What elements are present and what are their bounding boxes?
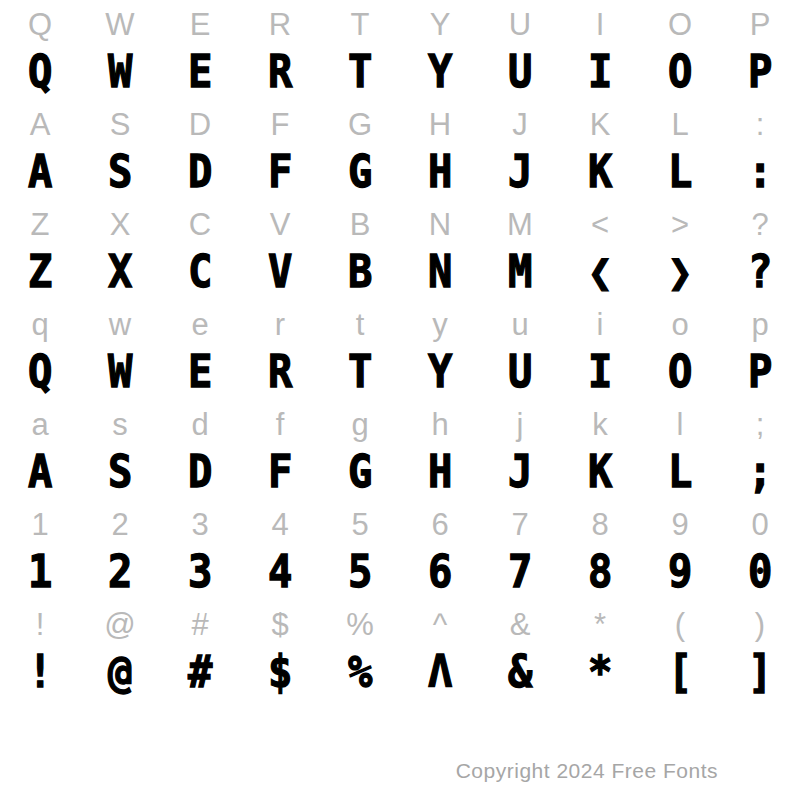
display-char: # (160, 646, 240, 700)
display-glyph: E (188, 46, 212, 98)
reference-char: W (80, 0, 160, 50)
display-glyph: * (588, 646, 612, 698)
reference-char: S (80, 100, 160, 150)
reference-char: 3 (160, 500, 240, 550)
display-glyph: 9 (668, 546, 692, 598)
reference-char: Y (400, 0, 480, 50)
display-glyph: P (748, 46, 772, 98)
display-glyph: A (28, 146, 52, 198)
reference-char: 8 (560, 500, 640, 550)
display-char: N (400, 246, 480, 300)
display-glyph: H (428, 446, 452, 498)
display-char: D (160, 446, 240, 500)
reference-row: asdfghjkl; (0, 400, 800, 446)
display-glyph: G (348, 446, 372, 498)
reference-char: H (400, 100, 480, 150)
display-glyph: 0 (748, 546, 772, 598)
display-char: ❯ (640, 246, 720, 300)
display-glyph: 7 (508, 546, 532, 598)
display-char: J (480, 146, 560, 200)
reference-char: 0 (720, 500, 800, 550)
reference-char: 2 (80, 500, 160, 550)
display-glyph: J (508, 146, 532, 198)
display-char: Z (0, 246, 80, 300)
display-row: ASDFGHJKL: (0, 146, 800, 200)
reference-char: < (560, 200, 640, 250)
display-glyph: K (588, 146, 612, 198)
reference-row: QWERTYUIOP (0, 0, 800, 46)
reference-char: D (160, 100, 240, 150)
reference-char: ! (0, 600, 80, 650)
copyright-text: Copyright 2024 Free Fonts (456, 759, 718, 783)
reference-char: d (160, 400, 240, 450)
display-char: R (240, 346, 320, 400)
display-char: V (240, 246, 320, 300)
display-char: G (320, 446, 400, 500)
reference-char: $ (240, 600, 320, 650)
reference-char: p (720, 300, 800, 350)
reference-char: 4 (240, 500, 320, 550)
display-char: R (240, 46, 320, 100)
reference-char: ) (720, 600, 800, 650)
reference-char: ( (640, 600, 720, 650)
row-pair: qwertyuiopQWERTYUIOP (0, 300, 800, 400)
display-glyph: B (348, 246, 372, 298)
reference-char: R (240, 0, 320, 50)
display-char: L (640, 446, 720, 500)
reference-row: ZXCVBNM<>? (0, 200, 800, 246)
reference-char: O (640, 0, 720, 50)
reference-char: * (560, 600, 640, 650)
character-grid: QWERTYUIOPQWERTYUIOPASDFGHJKL:ASDFGHJKL:… (0, 0, 800, 700)
display-glyph: ! (28, 646, 52, 698)
reference-row: qwertyuiop (0, 300, 800, 346)
display-char: D (160, 146, 240, 200)
reference-char: N (400, 200, 480, 250)
display-char: 9 (640, 546, 720, 600)
display-char: Y (400, 346, 480, 400)
reference-char: r (240, 300, 320, 350)
display-row: ASDFGHJKL; (0, 446, 800, 500)
reference-char: y (400, 300, 480, 350)
reference-char: B (320, 200, 400, 250)
display-glyph: 6 (428, 546, 452, 598)
display-char: J (480, 446, 560, 500)
display-char: C (160, 246, 240, 300)
display-char: W (80, 346, 160, 400)
reference-char: # (160, 600, 240, 650)
reference-char: M (480, 200, 560, 250)
display-glyph: T (348, 46, 372, 98)
reference-char: P (720, 0, 800, 50)
display-glyph: D (188, 146, 212, 198)
reference-char: e (160, 300, 240, 350)
display-char: ] (720, 646, 800, 700)
display-char: ! (0, 646, 80, 700)
display-char: H (400, 146, 480, 200)
display-char: W (80, 46, 160, 100)
display-glyph: [ (668, 646, 692, 698)
reference-char: q (0, 300, 80, 350)
display-char: E (160, 346, 240, 400)
display-char: F (240, 446, 320, 500)
display-char: Λ (400, 646, 480, 700)
display-char: U (480, 346, 560, 400)
display-glyph: G (348, 146, 372, 198)
display-glyph: ; (748, 446, 772, 498)
display-char: % (320, 646, 400, 700)
display-char: : (720, 146, 800, 200)
display-char: @ (80, 646, 160, 700)
display-glyph: H (428, 146, 452, 198)
display-char: S (80, 446, 160, 500)
display-char: A (0, 146, 80, 200)
reference-char: T (320, 0, 400, 50)
display-glyph: : (748, 146, 772, 198)
display-char: 2 (80, 546, 160, 600)
reference-char: j (480, 400, 560, 450)
display-row: ZXCVBNM❮❯? (0, 246, 800, 300)
display-glyph: Z (28, 246, 52, 298)
reference-char: 5 (320, 500, 400, 550)
display-glyph: 4 (268, 546, 292, 598)
reference-char: @ (80, 600, 160, 650)
display-char: X (80, 246, 160, 300)
display-glyph: W (108, 46, 132, 98)
display-char: ❮ (560, 246, 640, 300)
row-pair: ZXCVBNM<>?ZXCVBNM❮❯? (0, 200, 800, 300)
display-row: QWERTYUIOP (0, 346, 800, 400)
reference-char: K (560, 100, 640, 150)
display-glyph: Y (428, 46, 452, 98)
reference-char: ? (720, 200, 800, 250)
display-char: T (320, 346, 400, 400)
reference-char: V (240, 200, 320, 250)
display-char: T (320, 46, 400, 100)
display-glyph: R (268, 46, 292, 98)
reference-char: 7 (480, 500, 560, 550)
display-char: S (80, 146, 160, 200)
reference-char: 9 (640, 500, 720, 550)
display-char: B (320, 246, 400, 300)
display-char: $ (240, 646, 320, 700)
display-glyph: E (188, 346, 212, 398)
display-char: I (560, 346, 640, 400)
reference-row: 1234567890 (0, 500, 800, 546)
row-pair: QWERTYUIOPQWERTYUIOP (0, 0, 800, 100)
display-char: ; (720, 446, 800, 500)
display-glyph: 8 (588, 546, 612, 598)
display-glyph: U (508, 346, 532, 398)
display-char: P (720, 346, 800, 400)
display-char: F (240, 146, 320, 200)
display-row: QWERTYUIOP (0, 46, 800, 100)
display-glyph: @ (108, 646, 132, 698)
display-glyph: 3 (188, 546, 212, 598)
display-char: & (480, 646, 560, 700)
reference-char: f (240, 400, 320, 450)
display-glyph: % (348, 646, 372, 698)
reference-char: ; (720, 400, 800, 450)
row-pair: 12345678901234567890 (0, 500, 800, 600)
display-glyph: P (748, 346, 772, 398)
display-char: H (400, 446, 480, 500)
display-char: L (640, 146, 720, 200)
display-glyph: I (588, 46, 612, 98)
display-char: O (640, 46, 720, 100)
reference-char: w (80, 300, 160, 350)
reference-char: X (80, 200, 160, 250)
reference-char: F (240, 100, 320, 150)
display-char: I (560, 46, 640, 100)
row-pair: !@#$%^&*()!@#$%Λ&*[] (0, 600, 800, 700)
reference-char: C (160, 200, 240, 250)
display-char: P (720, 46, 800, 100)
reference-char: a (0, 400, 80, 450)
display-glyph: ❯ (668, 246, 692, 298)
reference-char: L (640, 100, 720, 150)
display-glyph: $ (268, 646, 292, 698)
reference-char: u (480, 300, 560, 350)
display-glyph: T (348, 346, 372, 398)
display-glyph: L (668, 446, 692, 498)
display-glyph: S (108, 446, 132, 498)
display-glyph: A (28, 446, 52, 498)
reference-char: I (560, 0, 640, 50)
reference-char: i (560, 300, 640, 350)
display-glyph: 5 (348, 546, 372, 598)
display-glyph: J (508, 446, 532, 498)
display-glyph: # (188, 646, 212, 698)
reference-char: s (80, 400, 160, 450)
display-char: K (560, 146, 640, 200)
display-char: 6 (400, 546, 480, 600)
display-char: ? (720, 246, 800, 300)
display-glyph: & (508, 646, 532, 698)
display-char: M (480, 246, 560, 300)
display-char: U (480, 46, 560, 100)
display-glyph: 1 (28, 546, 52, 598)
display-char: E (160, 46, 240, 100)
display-glyph: F (268, 146, 292, 198)
display-glyph: Λ (428, 646, 452, 698)
display-glyph: Y (428, 346, 452, 398)
display-char: [ (640, 646, 720, 700)
display-row: !@#$%Λ&*[] (0, 646, 800, 700)
display-glyph: C (188, 246, 212, 298)
display-glyph: F (268, 446, 292, 498)
display-glyph: ? (748, 246, 772, 298)
display-glyph: K (588, 446, 612, 498)
display-glyph: U (508, 46, 532, 98)
reference-char: k (560, 400, 640, 450)
display-char: * (560, 646, 640, 700)
reference-row: !@#$%^&*() (0, 600, 800, 646)
display-char: 0 (720, 546, 800, 600)
display-glyph: S (108, 146, 132, 198)
row-pair: ASDFGHJKL:ASDFGHJKL: (0, 100, 800, 200)
reference-char: o (640, 300, 720, 350)
display-glyph: D (188, 446, 212, 498)
reference-char: 1 (0, 500, 80, 550)
reference-char: t (320, 300, 400, 350)
reference-char: g (320, 400, 400, 450)
display-glyph: M (508, 246, 532, 298)
display-glyph: L (668, 146, 692, 198)
display-char: 7 (480, 546, 560, 600)
reference-char: E (160, 0, 240, 50)
reference-char: % (320, 600, 400, 650)
display-glyph: O (668, 46, 692, 98)
reference-char: J (480, 100, 560, 150)
reference-char: > (640, 200, 720, 250)
reference-char: h (400, 400, 480, 450)
display-glyph: X (108, 246, 132, 298)
reference-char: 6 (400, 500, 480, 550)
display-glyph: W (108, 346, 132, 398)
display-char: G (320, 146, 400, 200)
reference-row: ASDFGHJKL: (0, 100, 800, 146)
display-char: Y (400, 46, 480, 100)
display-row: 1234567890 (0, 546, 800, 600)
reference-char: l (640, 400, 720, 450)
display-char: 4 (240, 546, 320, 600)
reference-char: ^ (400, 600, 480, 650)
reference-char: : (720, 100, 800, 150)
display-glyph: O (668, 346, 692, 398)
reference-char: U (480, 0, 560, 50)
display-char: Q (0, 346, 80, 400)
reference-char: G (320, 100, 400, 150)
display-glyph: 2 (108, 546, 132, 598)
display-glyph: Q (28, 346, 52, 398)
display-glyph: I (588, 346, 612, 398)
display-char: 1 (0, 546, 80, 600)
display-char: 3 (160, 546, 240, 600)
display-char: 8 (560, 546, 640, 600)
display-glyph: ❮ (588, 246, 612, 298)
display-char: 5 (320, 546, 400, 600)
display-glyph: V (268, 246, 292, 298)
display-glyph: N (428, 246, 452, 298)
display-glyph: R (268, 346, 292, 398)
display-char: Q (0, 46, 80, 100)
reference-char: Q (0, 0, 80, 50)
row-pair: asdfghjkl;ASDFGHJKL; (0, 400, 800, 500)
display-char: O (640, 346, 720, 400)
display-glyph: Q (28, 46, 52, 98)
reference-char: A (0, 100, 80, 150)
reference-char: & (480, 600, 560, 650)
reference-char: Z (0, 200, 80, 250)
display-glyph: ] (748, 646, 772, 698)
display-char: A (0, 446, 80, 500)
display-char: K (560, 446, 640, 500)
